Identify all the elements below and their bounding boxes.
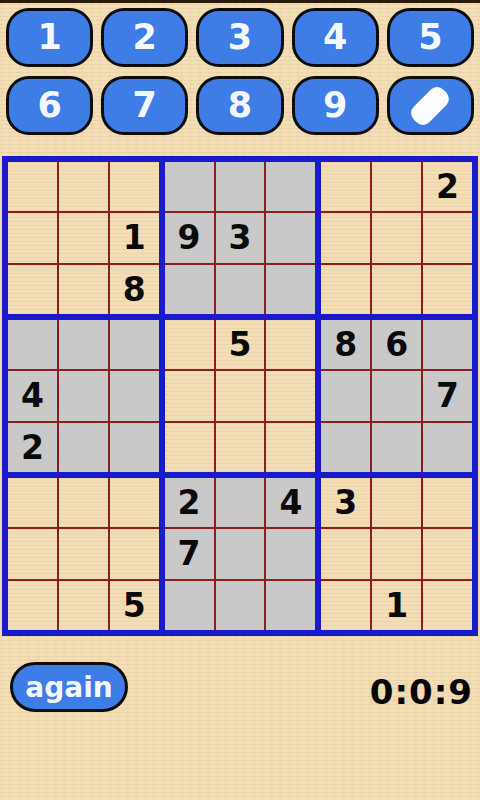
cell-r7c9[interactable] xyxy=(423,478,472,527)
cell-r6c9[interactable] xyxy=(423,423,472,472)
key-8[interactable]: 8 xyxy=(196,76,283,135)
cell-r7c1[interactable] xyxy=(8,478,57,527)
cell-r5c5[interactable] xyxy=(216,371,265,420)
cell-r3c7[interactable] xyxy=(321,265,370,314)
cell-r9c4[interactable] xyxy=(165,581,214,630)
cell-r7c4[interactable]: 2 xyxy=(165,478,214,527)
cell-r2c4[interactable]: 9 xyxy=(165,213,214,262)
cell-r4c4[interactable] xyxy=(165,320,214,369)
box-1: 18 xyxy=(8,162,159,314)
cell-r7c8[interactable] xyxy=(372,478,421,527)
sudoku-app-screen: 123456789 18932425867524731 again 0:0:9 xyxy=(0,0,480,800)
cell-r4c2[interactable] xyxy=(59,320,108,369)
box-7: 5 xyxy=(8,478,159,630)
again-button[interactable]: again xyxy=(10,662,128,712)
box-9: 31 xyxy=(321,478,472,630)
cell-r2c7[interactable] xyxy=(321,213,370,262)
cell-r5c9[interactable]: 7 xyxy=(423,371,472,420)
cell-r6c2[interactable] xyxy=(59,423,108,472)
box-2: 93 xyxy=(165,162,316,314)
cell-r7c3[interactable] xyxy=(110,478,159,527)
key-9[interactable]: 9 xyxy=(292,76,379,135)
cell-r2c9[interactable] xyxy=(423,213,472,262)
eraser-button[interactable] xyxy=(387,76,474,135)
cell-r8c2[interactable] xyxy=(59,529,108,578)
cell-r8c6[interactable] xyxy=(266,529,315,578)
cell-r5c7[interactable] xyxy=(321,371,370,420)
cell-r5c4[interactable] xyxy=(165,371,214,420)
eraser-icon xyxy=(408,83,453,128)
cell-r9c5[interactable] xyxy=(216,581,265,630)
cell-r8c9[interactable] xyxy=(423,529,472,578)
cell-r8c5[interactable] xyxy=(216,529,265,578)
cell-r2c8[interactable] xyxy=(372,213,421,262)
cell-r5c3[interactable] xyxy=(110,371,159,420)
cell-r2c2[interactable] xyxy=(59,213,108,262)
cell-r1c9[interactable]: 2 xyxy=(423,162,472,211)
key-2[interactable]: 2 xyxy=(101,8,188,67)
cell-r3c8[interactable] xyxy=(372,265,421,314)
box-3: 2 xyxy=(321,162,472,314)
key-5[interactable]: 5 xyxy=(387,8,474,67)
cell-r6c3[interactable] xyxy=(110,423,159,472)
timer: 0:0:9 xyxy=(370,672,473,712)
cell-r4c5[interactable]: 5 xyxy=(216,320,265,369)
cell-r4c6[interactable] xyxy=(266,320,315,369)
cell-r7c6[interactable]: 4 xyxy=(266,478,315,527)
cell-r2c6[interactable] xyxy=(266,213,315,262)
cell-r3c6[interactable] xyxy=(266,265,315,314)
cell-r1c6[interactable] xyxy=(266,162,315,211)
cell-r8c7[interactable] xyxy=(321,529,370,578)
cell-r4c1[interactable] xyxy=(8,320,57,369)
cell-r4c8[interactable]: 6 xyxy=(372,320,421,369)
cell-r9c8[interactable]: 1 xyxy=(372,581,421,630)
cell-r9c9[interactable] xyxy=(423,581,472,630)
cell-r2c3[interactable]: 1 xyxy=(110,213,159,262)
key-7[interactable]: 7 xyxy=(101,76,188,135)
box-5: 5 xyxy=(165,320,316,472)
cell-r4c7[interactable]: 8 xyxy=(321,320,370,369)
box-8: 247 xyxy=(165,478,316,630)
key-1[interactable]: 1 xyxy=(6,8,93,67)
top-edge-bar xyxy=(0,0,480,3)
cell-r1c1[interactable] xyxy=(8,162,57,211)
number-keypad: 123456789 xyxy=(6,8,474,135)
cell-r8c8[interactable] xyxy=(372,529,421,578)
cell-r7c7[interactable]: 3 xyxy=(321,478,370,527)
cell-r5c6[interactable] xyxy=(266,371,315,420)
cell-r6c7[interactable] xyxy=(321,423,370,472)
cell-r9c7[interactable] xyxy=(321,581,370,630)
key-4[interactable]: 4 xyxy=(292,8,379,67)
cell-r5c1[interactable]: 4 xyxy=(8,371,57,420)
cell-r6c5[interactable] xyxy=(216,423,265,472)
cell-r6c4[interactable] xyxy=(165,423,214,472)
key-3[interactable]: 3 xyxy=(196,8,283,67)
cell-r1c5[interactable] xyxy=(216,162,265,211)
cell-r3c3[interactable]: 8 xyxy=(110,265,159,314)
cell-r8c3[interactable] xyxy=(110,529,159,578)
cell-r5c8[interactable] xyxy=(372,371,421,420)
box-6: 867 xyxy=(321,320,472,472)
cell-r9c6[interactable] xyxy=(266,581,315,630)
cell-r3c5[interactable] xyxy=(216,265,265,314)
key-6[interactable]: 6 xyxy=(6,76,93,135)
cell-r3c4[interactable] xyxy=(165,265,214,314)
cell-r3c1[interactable] xyxy=(8,265,57,314)
cell-r9c2[interactable] xyxy=(59,581,108,630)
cell-r4c9[interactable] xyxy=(423,320,472,369)
cell-r1c7[interactable] xyxy=(321,162,370,211)
cell-r1c2[interactable] xyxy=(59,162,108,211)
cell-r9c1[interactable] xyxy=(8,581,57,630)
cell-r6c1[interactable]: 2 xyxy=(8,423,57,472)
cell-r8c1[interactable] xyxy=(8,529,57,578)
cell-r5c2[interactable] xyxy=(59,371,108,420)
cell-r1c8[interactable] xyxy=(372,162,421,211)
sudoku-board: 18932425867524731 xyxy=(2,156,478,636)
cell-r7c2[interactable] xyxy=(59,478,108,527)
cell-r6c8[interactable] xyxy=(372,423,421,472)
cell-r7c5[interactable] xyxy=(216,478,265,527)
cell-r1c4[interactable] xyxy=(165,162,214,211)
cell-r1c3[interactable] xyxy=(110,162,159,211)
cell-r3c2[interactable] xyxy=(59,265,108,314)
cell-r9c3[interactable]: 5 xyxy=(110,581,159,630)
cell-r2c5[interactable]: 3 xyxy=(216,213,265,262)
cell-r4c3[interactable] xyxy=(110,320,159,369)
cell-r6c6[interactable] xyxy=(266,423,315,472)
cell-r8c4[interactable]: 7 xyxy=(165,529,214,578)
cell-r3c9[interactable] xyxy=(423,265,472,314)
box-4: 42 xyxy=(8,320,159,472)
cell-r2c1[interactable] xyxy=(8,213,57,262)
